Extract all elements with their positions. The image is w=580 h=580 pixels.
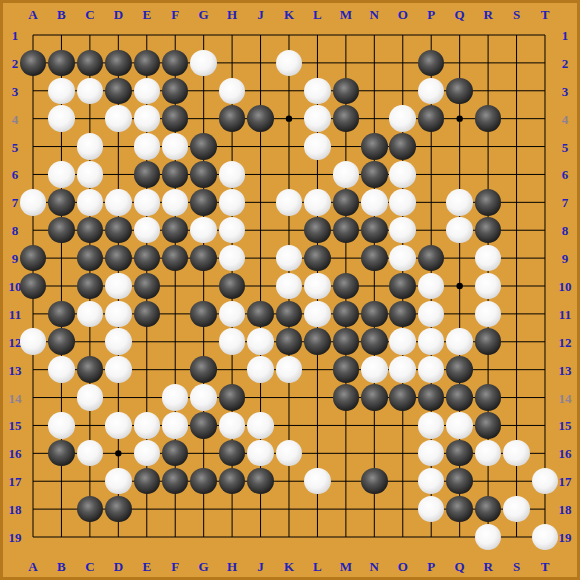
board-cell-P6[interactable] bbox=[417, 160, 445, 188]
board-cell-S6[interactable] bbox=[502, 160, 530, 188]
board-cell-N12[interactable] bbox=[360, 328, 388, 356]
board-cell-P19[interactable] bbox=[417, 523, 445, 551]
board-cell-F11[interactable] bbox=[161, 300, 189, 328]
board-cell-O14[interactable] bbox=[388, 383, 416, 411]
board-cell-B17[interactable] bbox=[47, 467, 75, 495]
board-cell-H14[interactable] bbox=[218, 383, 246, 411]
board-cell-H17[interactable] bbox=[218, 467, 246, 495]
board-cell-F13[interactable] bbox=[161, 356, 189, 384]
board-cell-A7[interactable] bbox=[19, 188, 47, 216]
board-cell-F18[interactable] bbox=[161, 495, 189, 523]
board-cell-S15[interactable] bbox=[502, 411, 530, 439]
board-cell-O5[interactable] bbox=[388, 133, 416, 161]
board-cell-B16[interactable] bbox=[47, 439, 75, 467]
board-cell-N2[interactable] bbox=[360, 49, 388, 77]
board-cell-Q10[interactable] bbox=[445, 272, 473, 300]
board-cell-F8[interactable] bbox=[161, 216, 189, 244]
board-cell-T19[interactable] bbox=[531, 523, 559, 551]
board-cell-K12[interactable] bbox=[275, 328, 303, 356]
board-cell-Q18[interactable] bbox=[445, 495, 473, 523]
board-cell-B15[interactable] bbox=[47, 411, 75, 439]
board-cell-J7[interactable] bbox=[246, 188, 274, 216]
board-cell-A5[interactable] bbox=[19, 133, 47, 161]
board-cell-O15[interactable] bbox=[388, 411, 416, 439]
board-cell-Q4[interactable] bbox=[445, 105, 473, 133]
board-cell-F7[interactable] bbox=[161, 188, 189, 216]
board-cell-H13[interactable] bbox=[218, 356, 246, 384]
board-cell-E13[interactable] bbox=[133, 356, 161, 384]
board-cell-L3[interactable] bbox=[303, 77, 331, 105]
board-cell-A3[interactable] bbox=[19, 77, 47, 105]
board-cell-E9[interactable] bbox=[133, 244, 161, 272]
board-cell-M5[interactable] bbox=[332, 133, 360, 161]
board-cell-K19[interactable] bbox=[275, 523, 303, 551]
board-cell-G2[interactable] bbox=[189, 49, 217, 77]
board-cell-A9[interactable] bbox=[19, 244, 47, 272]
board-cell-M16[interactable] bbox=[332, 439, 360, 467]
board-cell-P15[interactable] bbox=[417, 411, 445, 439]
board-cell-A13[interactable] bbox=[19, 356, 47, 384]
board-cell-Q14[interactable] bbox=[445, 383, 473, 411]
board-cell-Q17[interactable] bbox=[445, 467, 473, 495]
board-cell-S9[interactable] bbox=[502, 244, 530, 272]
board-cell-M15[interactable] bbox=[332, 411, 360, 439]
board-cell-D14[interactable] bbox=[104, 383, 132, 411]
board-cell-E17[interactable] bbox=[133, 467, 161, 495]
board-cell-E3[interactable] bbox=[133, 77, 161, 105]
board-cell-P13[interactable] bbox=[417, 356, 445, 384]
board-cell-N14[interactable] bbox=[360, 383, 388, 411]
board-cell-D2[interactable] bbox=[104, 49, 132, 77]
board-cell-S1[interactable] bbox=[502, 21, 530, 49]
board-cell-H18[interactable] bbox=[218, 495, 246, 523]
board-cell-B18[interactable] bbox=[47, 495, 75, 523]
board-cell-O16[interactable] bbox=[388, 439, 416, 467]
board-cell-S7[interactable] bbox=[502, 188, 530, 216]
board-cell-M10[interactable] bbox=[332, 272, 360, 300]
board-cell-T3[interactable] bbox=[531, 77, 559, 105]
board-cell-M14[interactable] bbox=[332, 383, 360, 411]
board-cell-C12[interactable] bbox=[76, 328, 104, 356]
board-cell-N19[interactable] bbox=[360, 523, 388, 551]
board-cell-G1[interactable] bbox=[189, 21, 217, 49]
board-cell-K13[interactable] bbox=[275, 356, 303, 384]
board-cell-H8[interactable] bbox=[218, 216, 246, 244]
board-cell-N13[interactable] bbox=[360, 356, 388, 384]
board-cell-E12[interactable] bbox=[133, 328, 161, 356]
board-cell-Q15[interactable] bbox=[445, 411, 473, 439]
board-cell-P2[interactable] bbox=[417, 49, 445, 77]
board-cell-J5[interactable] bbox=[246, 133, 274, 161]
board-cell-B13[interactable] bbox=[47, 356, 75, 384]
board-cell-R11[interactable] bbox=[474, 300, 502, 328]
board-cell-C17[interactable] bbox=[76, 467, 104, 495]
board-cell-B4[interactable] bbox=[47, 105, 75, 133]
board-cell-R17[interactable] bbox=[474, 467, 502, 495]
board-cell-R16[interactable] bbox=[474, 439, 502, 467]
board-cell-J10[interactable] bbox=[246, 272, 274, 300]
board-cell-M6[interactable] bbox=[332, 160, 360, 188]
board-cell-F3[interactable] bbox=[161, 77, 189, 105]
board-cell-C1[interactable] bbox=[76, 21, 104, 49]
board-cell-N15[interactable] bbox=[360, 411, 388, 439]
board-cell-K4[interactable] bbox=[275, 105, 303, 133]
board-cell-L10[interactable] bbox=[303, 272, 331, 300]
board-cell-M11[interactable] bbox=[332, 300, 360, 328]
board-cell-L11[interactable] bbox=[303, 300, 331, 328]
board-cell-Q2[interactable] bbox=[445, 49, 473, 77]
board-cell-C13[interactable] bbox=[76, 356, 104, 384]
board-cell-B14[interactable] bbox=[47, 383, 75, 411]
board-cell-A1[interactable] bbox=[19, 21, 47, 49]
board-cell-T5[interactable] bbox=[531, 133, 559, 161]
board-cell-L14[interactable] bbox=[303, 383, 331, 411]
board-cell-K15[interactable] bbox=[275, 411, 303, 439]
board-cell-P11[interactable] bbox=[417, 300, 445, 328]
board-cell-R4[interactable] bbox=[474, 105, 502, 133]
board-cell-P18[interactable] bbox=[417, 495, 445, 523]
board-cell-D4[interactable] bbox=[104, 105, 132, 133]
board-cell-K18[interactable] bbox=[275, 495, 303, 523]
board-cell-S5[interactable] bbox=[502, 133, 530, 161]
board-cell-O7[interactable] bbox=[388, 188, 416, 216]
board-cell-P4[interactable] bbox=[417, 105, 445, 133]
board-cell-G10[interactable] bbox=[189, 272, 217, 300]
board-cell-N18[interactable] bbox=[360, 495, 388, 523]
board-cell-J11[interactable] bbox=[246, 300, 274, 328]
board-cell-L6[interactable] bbox=[303, 160, 331, 188]
board-cell-D12[interactable] bbox=[104, 328, 132, 356]
board-cell-D1[interactable] bbox=[104, 21, 132, 49]
board-cell-M18[interactable] bbox=[332, 495, 360, 523]
board-cell-L2[interactable] bbox=[303, 49, 331, 77]
board-cell-F16[interactable] bbox=[161, 439, 189, 467]
board-cell-Q16[interactable] bbox=[445, 439, 473, 467]
board-cell-E7[interactable] bbox=[133, 188, 161, 216]
board-cell-A12[interactable] bbox=[19, 328, 47, 356]
board-cell-D15[interactable] bbox=[104, 411, 132, 439]
board-cell-M12[interactable] bbox=[332, 328, 360, 356]
board-cell-H2[interactable] bbox=[218, 49, 246, 77]
board-cell-N7[interactable] bbox=[360, 188, 388, 216]
board-cell-M9[interactable] bbox=[332, 244, 360, 272]
board-cell-L9[interactable] bbox=[303, 244, 331, 272]
board-cell-P17[interactable] bbox=[417, 467, 445, 495]
board-cell-E18[interactable] bbox=[133, 495, 161, 523]
board-cell-E6[interactable] bbox=[133, 160, 161, 188]
board-cell-S2[interactable] bbox=[502, 49, 530, 77]
board-cell-S12[interactable] bbox=[502, 328, 530, 356]
board-cell-H11[interactable] bbox=[218, 300, 246, 328]
board-cell-O2[interactable] bbox=[388, 49, 416, 77]
board-cell-O4[interactable] bbox=[388, 105, 416, 133]
board-cell-D19[interactable] bbox=[104, 523, 132, 551]
board-cell-P5[interactable] bbox=[417, 133, 445, 161]
board-cell-P14[interactable] bbox=[417, 383, 445, 411]
board-cell-C8[interactable] bbox=[76, 216, 104, 244]
board-cell-L4[interactable] bbox=[303, 105, 331, 133]
board-cell-M7[interactable] bbox=[332, 188, 360, 216]
board-cell-P9[interactable] bbox=[417, 244, 445, 272]
board-cell-O3[interactable] bbox=[388, 77, 416, 105]
board-cell-H16[interactable] bbox=[218, 439, 246, 467]
board-cell-B5[interactable] bbox=[47, 133, 75, 161]
board-cell-S14[interactable] bbox=[502, 383, 530, 411]
board-cell-N16[interactable] bbox=[360, 439, 388, 467]
board-cell-R6[interactable] bbox=[474, 160, 502, 188]
board-cell-A17[interactable] bbox=[19, 467, 47, 495]
board-cell-S11[interactable] bbox=[502, 300, 530, 328]
board-cell-T4[interactable] bbox=[531, 105, 559, 133]
board-cell-D11[interactable] bbox=[104, 300, 132, 328]
board-cell-F5[interactable] bbox=[161, 133, 189, 161]
board-cell-E8[interactable] bbox=[133, 216, 161, 244]
board-cell-C15[interactable] bbox=[76, 411, 104, 439]
board-cell-D10[interactable] bbox=[104, 272, 132, 300]
board-cell-Q5[interactable] bbox=[445, 133, 473, 161]
board-cell-L1[interactable] bbox=[303, 21, 331, 49]
board-cell-R18[interactable] bbox=[474, 495, 502, 523]
board-cell-M3[interactable] bbox=[332, 77, 360, 105]
board-cell-B8[interactable] bbox=[47, 216, 75, 244]
board-cell-C11[interactable] bbox=[76, 300, 104, 328]
board-cell-F4[interactable] bbox=[161, 105, 189, 133]
board-cell-F19[interactable] bbox=[161, 523, 189, 551]
board-cell-J2[interactable] bbox=[246, 49, 274, 77]
board-cell-C14[interactable] bbox=[76, 383, 104, 411]
board-cell-H5[interactable] bbox=[218, 133, 246, 161]
board-cell-B12[interactable] bbox=[47, 328, 75, 356]
board-cell-T1[interactable] bbox=[531, 21, 559, 49]
board-cell-L13[interactable] bbox=[303, 356, 331, 384]
board-cell-A10[interactable] bbox=[19, 272, 47, 300]
board-cell-T14[interactable] bbox=[531, 383, 559, 411]
board-cell-H1[interactable] bbox=[218, 21, 246, 49]
board-cell-T8[interactable] bbox=[531, 216, 559, 244]
board-cell-D8[interactable] bbox=[104, 216, 132, 244]
board-cell-K5[interactable] bbox=[275, 133, 303, 161]
board-cell-G6[interactable] bbox=[189, 160, 217, 188]
board-cell-K3[interactable] bbox=[275, 77, 303, 105]
board-cell-L17[interactable] bbox=[303, 467, 331, 495]
board-cell-G15[interactable] bbox=[189, 411, 217, 439]
board-cell-C2[interactable] bbox=[76, 49, 104, 77]
board-cell-R3[interactable] bbox=[474, 77, 502, 105]
board-cell-T15[interactable] bbox=[531, 411, 559, 439]
board-cell-A16[interactable] bbox=[19, 439, 47, 467]
board-cell-N4[interactable] bbox=[360, 105, 388, 133]
board-cell-L7[interactable] bbox=[303, 188, 331, 216]
board-cell-L19[interactable] bbox=[303, 523, 331, 551]
board-cell-S3[interactable] bbox=[502, 77, 530, 105]
board-cell-A4[interactable] bbox=[19, 105, 47, 133]
board-cell-D18[interactable] bbox=[104, 495, 132, 523]
board-cell-G5[interactable] bbox=[189, 133, 217, 161]
board-cell-N6[interactable] bbox=[360, 160, 388, 188]
board-cell-J15[interactable] bbox=[246, 411, 274, 439]
board-cell-T6[interactable] bbox=[531, 160, 559, 188]
board-cell-Q1[interactable] bbox=[445, 21, 473, 49]
board-cell-F1[interactable] bbox=[161, 21, 189, 49]
board-cell-P3[interactable] bbox=[417, 77, 445, 105]
board-cell-C4[interactable] bbox=[76, 105, 104, 133]
board-cell-E15[interactable] bbox=[133, 411, 161, 439]
board-cell-R14[interactable] bbox=[474, 383, 502, 411]
board-cell-G4[interactable] bbox=[189, 105, 217, 133]
board-cell-D9[interactable] bbox=[104, 244, 132, 272]
board-cell-Q6[interactable] bbox=[445, 160, 473, 188]
board-cell-F17[interactable] bbox=[161, 467, 189, 495]
board-cell-G9[interactable] bbox=[189, 244, 217, 272]
board-cell-T13[interactable] bbox=[531, 356, 559, 384]
board-cell-P10[interactable] bbox=[417, 272, 445, 300]
board-cell-E10[interactable] bbox=[133, 272, 161, 300]
board-cell-J17[interactable] bbox=[246, 467, 274, 495]
board-cell-D6[interactable] bbox=[104, 160, 132, 188]
board-cell-B3[interactable] bbox=[47, 77, 75, 105]
board-cell-G12[interactable] bbox=[189, 328, 217, 356]
board-cell-K8[interactable] bbox=[275, 216, 303, 244]
board-cell-A8[interactable] bbox=[19, 216, 47, 244]
board-cell-T2[interactable] bbox=[531, 49, 559, 77]
board-cell-H12[interactable] bbox=[218, 328, 246, 356]
board-cell-O18[interactable] bbox=[388, 495, 416, 523]
board-cell-F14[interactable] bbox=[161, 383, 189, 411]
board-cell-R7[interactable] bbox=[474, 188, 502, 216]
board-cell-G13[interactable] bbox=[189, 356, 217, 384]
board-cell-B6[interactable] bbox=[47, 160, 75, 188]
board-cell-S4[interactable] bbox=[502, 105, 530, 133]
board-cell-C16[interactable] bbox=[76, 439, 104, 467]
board-cell-C5[interactable] bbox=[76, 133, 104, 161]
board-cell-C3[interactable] bbox=[76, 77, 104, 105]
board-cell-O1[interactable] bbox=[388, 21, 416, 49]
board-cell-L16[interactable] bbox=[303, 439, 331, 467]
board-cell-K10[interactable] bbox=[275, 272, 303, 300]
board-cell-J6[interactable] bbox=[246, 160, 274, 188]
board-cell-L12[interactable] bbox=[303, 328, 331, 356]
board-cell-H15[interactable] bbox=[218, 411, 246, 439]
board-cell-R5[interactable] bbox=[474, 133, 502, 161]
board-cell-H19[interactable] bbox=[218, 523, 246, 551]
board-cell-N17[interactable] bbox=[360, 467, 388, 495]
board-cell-G19[interactable] bbox=[189, 523, 217, 551]
board-cell-R9[interactable] bbox=[474, 244, 502, 272]
board-cell-F10[interactable] bbox=[161, 272, 189, 300]
board-cell-A15[interactable] bbox=[19, 411, 47, 439]
board-cell-O9[interactable] bbox=[388, 244, 416, 272]
board-cell-N10[interactable] bbox=[360, 272, 388, 300]
board-cell-H4[interactable] bbox=[218, 105, 246, 133]
board-cell-J8[interactable] bbox=[246, 216, 274, 244]
board-cell-J4[interactable] bbox=[246, 105, 274, 133]
board-cell-M1[interactable] bbox=[332, 21, 360, 49]
board-cell-S18[interactable] bbox=[502, 495, 530, 523]
board-cell-E4[interactable] bbox=[133, 105, 161, 133]
board-cell-H6[interactable] bbox=[218, 160, 246, 188]
board-cell-J14[interactable] bbox=[246, 383, 274, 411]
board-cell-G14[interactable] bbox=[189, 383, 217, 411]
board-cell-C18[interactable] bbox=[76, 495, 104, 523]
board-cell-F2[interactable] bbox=[161, 49, 189, 77]
board-cell-K14[interactable] bbox=[275, 383, 303, 411]
board-cell-B19[interactable] bbox=[47, 523, 75, 551]
board-cell-G7[interactable] bbox=[189, 188, 217, 216]
board-cell-O19[interactable] bbox=[388, 523, 416, 551]
board-cell-D3[interactable] bbox=[104, 77, 132, 105]
board-cell-K16[interactable] bbox=[275, 439, 303, 467]
board-cell-F9[interactable] bbox=[161, 244, 189, 272]
board-cell-S10[interactable] bbox=[502, 272, 530, 300]
board-cell-S19[interactable] bbox=[502, 523, 530, 551]
board-cell-H9[interactable] bbox=[218, 244, 246, 272]
board-cell-C7[interactable] bbox=[76, 188, 104, 216]
board-cell-J1[interactable] bbox=[246, 21, 274, 49]
board-cell-R12[interactable] bbox=[474, 328, 502, 356]
board-cell-E2[interactable] bbox=[133, 49, 161, 77]
board-cell-L8[interactable] bbox=[303, 216, 331, 244]
board-cell-F12[interactable] bbox=[161, 328, 189, 356]
board-cell-R1[interactable] bbox=[474, 21, 502, 49]
board-cell-E14[interactable] bbox=[133, 383, 161, 411]
board-cell-S8[interactable] bbox=[502, 216, 530, 244]
board-cell-K1[interactable] bbox=[275, 21, 303, 49]
board-cell-O12[interactable] bbox=[388, 328, 416, 356]
board-cell-H3[interactable] bbox=[218, 77, 246, 105]
board-cell-E5[interactable] bbox=[133, 133, 161, 161]
board-cell-B11[interactable] bbox=[47, 300, 75, 328]
board-cell-B10[interactable] bbox=[47, 272, 75, 300]
board-cell-T12[interactable] bbox=[531, 328, 559, 356]
board-cell-N8[interactable] bbox=[360, 216, 388, 244]
board-cell-O6[interactable] bbox=[388, 160, 416, 188]
board-cell-M17[interactable] bbox=[332, 467, 360, 495]
board-cell-R19[interactable] bbox=[474, 523, 502, 551]
board-cell-K7[interactable] bbox=[275, 188, 303, 216]
board-cell-D7[interactable] bbox=[104, 188, 132, 216]
board-cell-O13[interactable] bbox=[388, 356, 416, 384]
board-cell-M19[interactable] bbox=[332, 523, 360, 551]
board-cell-B2[interactable] bbox=[47, 49, 75, 77]
board-cell-M4[interactable] bbox=[332, 105, 360, 133]
board-cell-B7[interactable] bbox=[47, 188, 75, 216]
board-cell-Q19[interactable] bbox=[445, 523, 473, 551]
board-cell-D16[interactable] bbox=[104, 439, 132, 467]
board-cell-B9[interactable] bbox=[47, 244, 75, 272]
board-cell-N1[interactable] bbox=[360, 21, 388, 49]
board-cell-J19[interactable] bbox=[246, 523, 274, 551]
board-cell-R2[interactable] bbox=[474, 49, 502, 77]
board-cell-T10[interactable] bbox=[531, 272, 559, 300]
board-cell-K17[interactable] bbox=[275, 467, 303, 495]
board-cell-D17[interactable] bbox=[104, 467, 132, 495]
board-cell-Q8[interactable] bbox=[445, 216, 473, 244]
board-cell-G18[interactable] bbox=[189, 495, 217, 523]
board-cell-J9[interactable] bbox=[246, 244, 274, 272]
board-cell-R8[interactable] bbox=[474, 216, 502, 244]
board-cell-Q13[interactable] bbox=[445, 356, 473, 384]
board-cell-O10[interactable] bbox=[388, 272, 416, 300]
board-cell-R13[interactable] bbox=[474, 356, 502, 384]
board-cell-T7[interactable] bbox=[531, 188, 559, 216]
board-cell-F15[interactable] bbox=[161, 411, 189, 439]
board-cell-J18[interactable] bbox=[246, 495, 274, 523]
board-cell-R10[interactable] bbox=[474, 272, 502, 300]
board-cell-N5[interactable] bbox=[360, 133, 388, 161]
board-cell-S16[interactable] bbox=[502, 439, 530, 467]
board-cell-D5[interactable] bbox=[104, 133, 132, 161]
board-cell-M13[interactable] bbox=[332, 356, 360, 384]
